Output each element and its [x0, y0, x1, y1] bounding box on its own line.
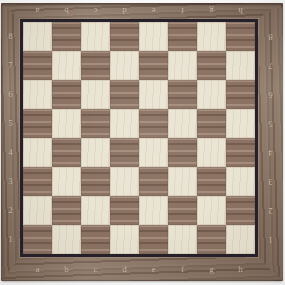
rank-labels-right: 87654321 — [258, 22, 283, 254]
file-labels-top: abcdefgh — [23, 3, 255, 19]
square-f2[interactable] — [168, 196, 197, 225]
square-f3[interactable] — [168, 167, 197, 196]
square-g4[interactable] — [197, 138, 226, 167]
file-label-top-c: c — [81, 3, 110, 19]
square-b5[interactable] — [52, 109, 81, 138]
square-g8[interactable] — [197, 22, 226, 51]
square-b8[interactable] — [52, 22, 81, 51]
square-g5[interactable] — [197, 109, 226, 138]
rank-label-right-5: 5 — [258, 109, 283, 138]
square-f5[interactable] — [168, 109, 197, 138]
square-d3[interactable] — [110, 167, 139, 196]
square-e2[interactable] — [139, 196, 168, 225]
square-f7[interactable] — [168, 51, 197, 80]
square-c5[interactable] — [81, 109, 110, 138]
square-h6[interactable] — [226, 80, 255, 109]
square-e7[interactable] — [139, 51, 168, 80]
square-a4[interactable] — [23, 138, 52, 167]
square-g6[interactable] — [197, 80, 226, 109]
rank-label-left-6: 6 — [1, 80, 20, 109]
square-d1[interactable] — [110, 225, 139, 254]
square-a5[interactable] — [23, 109, 52, 138]
rank-label-left-8: 8 — [1, 22, 20, 51]
square-a3[interactable] — [23, 167, 52, 196]
square-h5[interactable] — [226, 109, 255, 138]
square-e5[interactable] — [139, 109, 168, 138]
rank-label-right-4: 4 — [258, 138, 283, 167]
square-e6[interactable] — [139, 80, 168, 109]
file-label-bottom-f: f — [168, 257, 197, 281]
square-h3[interactable] — [226, 167, 255, 196]
photo-background: abcdefgh abcdefgh 87654321 87654321 — [0, 0, 285, 285]
file-label-bottom-b: b — [52, 257, 81, 281]
square-d5[interactable] — [110, 109, 139, 138]
chessboard: abcdefgh abcdefgh 87654321 87654321 — [1, 3, 283, 281]
square-c4[interactable] — [81, 138, 110, 167]
square-g7[interactable] — [197, 51, 226, 80]
square-d4[interactable] — [110, 138, 139, 167]
rank-label-left-7: 7 — [1, 51, 20, 80]
square-h4[interactable] — [226, 138, 255, 167]
square-c3[interactable] — [81, 167, 110, 196]
square-h2[interactable] — [226, 196, 255, 225]
square-c8[interactable] — [81, 22, 110, 51]
square-b2[interactable] — [52, 196, 81, 225]
file-label-top-e: e — [139, 3, 168, 19]
rank-label-left-5: 5 — [1, 109, 20, 138]
square-h7[interactable] — [226, 51, 255, 80]
square-f6[interactable] — [168, 80, 197, 109]
square-d2[interactable] — [110, 196, 139, 225]
rank-label-right-8: 8 — [258, 22, 283, 51]
file-label-bottom-h: h — [226, 257, 255, 281]
square-c6[interactable] — [81, 80, 110, 109]
square-a1[interactable] — [23, 225, 52, 254]
rank-labels-left: 87654321 — [1, 22, 20, 254]
square-c1[interactable] — [81, 225, 110, 254]
file-label-bottom-d: d — [110, 257, 139, 281]
square-a6[interactable] — [23, 80, 52, 109]
squares-grid — [23, 22, 255, 254]
rank-label-right-3: 3 — [258, 167, 283, 196]
square-a7[interactable] — [23, 51, 52, 80]
rank-label-right-1: 1 — [258, 225, 283, 254]
square-d7[interactable] — [110, 51, 139, 80]
square-f4[interactable] — [168, 138, 197, 167]
square-h1[interactable] — [226, 225, 255, 254]
rank-label-left-3: 3 — [1, 167, 20, 196]
rank-label-left-4: 4 — [1, 138, 20, 167]
square-e1[interactable] — [139, 225, 168, 254]
file-label-top-h: h — [226, 3, 255, 19]
square-e8[interactable] — [139, 22, 168, 51]
file-label-top-f: f — [168, 3, 197, 19]
square-b4[interactable] — [52, 138, 81, 167]
square-c2[interactable] — [81, 196, 110, 225]
file-label-top-a: a — [23, 3, 52, 19]
rank-label-left-1: 1 — [1, 225, 20, 254]
file-label-top-g: g — [197, 3, 226, 19]
square-b1[interactable] — [52, 225, 81, 254]
square-d8[interactable] — [110, 22, 139, 51]
square-b6[interactable] — [52, 80, 81, 109]
file-label-bottom-a: a — [23, 257, 52, 281]
square-g1[interactable] — [197, 225, 226, 254]
square-a2[interactable] — [23, 196, 52, 225]
square-c7[interactable] — [81, 51, 110, 80]
file-label-bottom-c: c — [81, 257, 110, 281]
rank-label-right-6: 6 — [258, 80, 283, 109]
square-e4[interactable] — [139, 138, 168, 167]
file-label-bottom-g: g — [197, 257, 226, 281]
rank-label-right-7: 7 — [258, 51, 283, 80]
rank-label-left-2: 2 — [1, 196, 20, 225]
square-b7[interactable] — [52, 51, 81, 80]
square-d6[interactable] — [110, 80, 139, 109]
square-g3[interactable] — [197, 167, 226, 196]
square-f8[interactable] — [168, 22, 197, 51]
square-f1[interactable] — [168, 225, 197, 254]
square-e3[interactable] — [139, 167, 168, 196]
rank-label-right-2: 2 — [258, 196, 283, 225]
file-labels-bottom: abcdefgh — [23, 257, 255, 281]
file-label-top-d: d — [110, 3, 139, 19]
square-h8[interactable] — [226, 22, 255, 51]
square-g2[interactable] — [197, 196, 226, 225]
square-b3[interactable] — [52, 167, 81, 196]
file-label-bottom-e: e — [139, 257, 168, 281]
square-a8[interactable] — [23, 22, 52, 51]
file-label-top-b: b — [52, 3, 81, 19]
